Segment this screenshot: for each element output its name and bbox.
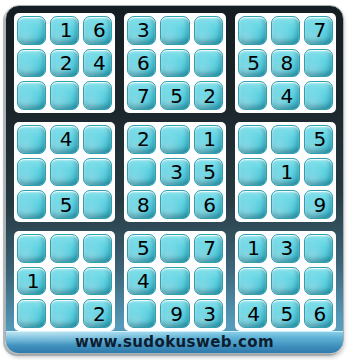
cell-r6c8[interactable] xyxy=(271,190,300,219)
cell-r6c3[interactable] xyxy=(83,190,112,219)
cell-r9c3[interactable]: 2 xyxy=(83,299,112,328)
cell-r1c4[interactable]: 3 xyxy=(127,16,156,45)
cell-r8c8[interactable] xyxy=(271,267,300,296)
cell-r4c5[interactable] xyxy=(160,125,189,154)
box-5: 213586 xyxy=(124,122,225,222)
cell-r1c1[interactable] xyxy=(17,16,46,45)
cell-r9c9[interactable]: 6 xyxy=(304,299,333,328)
box-4: 45 xyxy=(14,122,115,222)
cell-r7c6[interactable]: 7 xyxy=(194,234,223,263)
cell-r9c1[interactable] xyxy=(17,299,46,328)
cell-r4c8[interactable] xyxy=(271,125,300,154)
cell-r7c3[interactable] xyxy=(83,234,112,263)
cell-r5c9[interactable] xyxy=(304,158,333,187)
cell-r1c6[interactable] xyxy=(194,16,223,45)
box-3: 7584 xyxy=(235,13,336,113)
cell-r7c1[interactable] xyxy=(17,234,46,263)
cell-r6c4[interactable]: 8 xyxy=(127,190,156,219)
cell-r7c9[interactable] xyxy=(304,234,333,263)
cell-r6c1[interactable] xyxy=(17,190,46,219)
cell-r7c4[interactable]: 5 xyxy=(127,234,156,263)
cell-r8c3[interactable] xyxy=(83,267,112,296)
cell-r7c7[interactable]: 1 xyxy=(238,234,267,263)
cell-r5c7[interactable] xyxy=(238,158,267,187)
cell-r2c2[interactable]: 2 xyxy=(50,49,79,78)
cell-r4c9[interactable]: 5 xyxy=(304,125,333,154)
cell-r6c5[interactable] xyxy=(160,190,189,219)
cell-r8c6[interactable] xyxy=(194,267,223,296)
cell-r1c9[interactable]: 7 xyxy=(304,16,333,45)
cell-r5c8[interactable]: 1 xyxy=(271,158,300,187)
cell-r4c2[interactable]: 4 xyxy=(50,125,79,154)
cell-r3c4[interactable]: 7 xyxy=(127,81,156,110)
cell-r9c7[interactable]: 4 xyxy=(238,299,267,328)
cell-r4c1[interactable] xyxy=(17,125,46,154)
cell-r8c1[interactable]: 1 xyxy=(17,267,46,296)
cell-r2c3[interactable]: 4 xyxy=(83,49,112,78)
box-7: 12 xyxy=(14,231,115,331)
sudoku-widget: 162436752758445213586519125749313456 www… xyxy=(5,5,344,354)
cell-r3c3[interactable] xyxy=(83,81,112,110)
cell-r2c6[interactable] xyxy=(194,49,223,78)
cell-r9c5[interactable]: 9 xyxy=(160,299,189,328)
box-8: 57493 xyxy=(124,231,225,331)
cell-r9c4[interactable] xyxy=(127,299,156,328)
cell-r5c3[interactable] xyxy=(83,158,112,187)
box-9: 13456 xyxy=(235,231,336,331)
cell-r4c7[interactable] xyxy=(238,125,267,154)
cell-r8c4[interactable]: 4 xyxy=(127,267,156,296)
cell-r6c9[interactable]: 9 xyxy=(304,190,333,219)
cell-r1c2[interactable]: 1 xyxy=(50,16,79,45)
box-1: 1624 xyxy=(14,13,115,113)
cell-r2c8[interactable]: 8 xyxy=(271,49,300,78)
cell-r5c6[interactable]: 5 xyxy=(194,158,223,187)
cell-r2c4[interactable]: 6 xyxy=(127,49,156,78)
cell-r5c5[interactable]: 3 xyxy=(160,158,189,187)
cell-r5c4[interactable] xyxy=(127,158,156,187)
cell-r3c5[interactable]: 5 xyxy=(160,81,189,110)
cell-r4c4[interactable]: 2 xyxy=(127,125,156,154)
cell-r8c7[interactable] xyxy=(238,267,267,296)
cell-r8c9[interactable] xyxy=(304,267,333,296)
cell-r4c6[interactable]: 1 xyxy=(194,125,223,154)
cell-r3c7[interactable] xyxy=(238,81,267,110)
cell-r1c7[interactable] xyxy=(238,16,267,45)
cell-r1c5[interactable] xyxy=(160,16,189,45)
cell-r6c7[interactable] xyxy=(238,190,267,219)
cell-r6c2[interactable]: 5 xyxy=(50,190,79,219)
cell-r6c6[interactable]: 6 xyxy=(194,190,223,219)
cell-r8c2[interactable] xyxy=(50,267,79,296)
cell-r2c9[interactable] xyxy=(304,49,333,78)
cell-r9c6[interactable]: 3 xyxy=(194,299,223,328)
cell-r3c6[interactable]: 2 xyxy=(194,81,223,110)
cell-r2c7[interactable]: 5 xyxy=(238,49,267,78)
sudoku-board: 162436752758445213586519125749313456 xyxy=(14,13,336,331)
box-2: 36752 xyxy=(124,13,225,113)
cell-r2c5[interactable] xyxy=(160,49,189,78)
cell-r1c3[interactable]: 6 xyxy=(83,16,112,45)
box-6: 519 xyxy=(235,122,336,222)
cell-r5c2[interactable] xyxy=(50,158,79,187)
cell-r3c2[interactable] xyxy=(50,81,79,110)
cell-r9c2[interactable] xyxy=(50,299,79,328)
site-url[interactable]: www.sudokusweb.com xyxy=(75,333,274,351)
cell-r2c1[interactable] xyxy=(17,49,46,78)
cell-r5c1[interactable] xyxy=(17,158,46,187)
cell-r7c5[interactable] xyxy=(160,234,189,263)
cell-r1c8[interactable] xyxy=(271,16,300,45)
cell-r3c9[interactable] xyxy=(304,81,333,110)
cell-r4c3[interactable] xyxy=(83,125,112,154)
cell-r7c8[interactable]: 3 xyxy=(271,234,300,263)
cell-r8c5[interactable] xyxy=(160,267,189,296)
cell-r9c8[interactable]: 5 xyxy=(271,299,300,328)
cell-r7c2[interactable] xyxy=(50,234,79,263)
footer-bar: www.sudokusweb.com xyxy=(6,331,343,353)
cell-r3c1[interactable] xyxy=(17,81,46,110)
cell-r3c8[interactable]: 4 xyxy=(271,81,300,110)
